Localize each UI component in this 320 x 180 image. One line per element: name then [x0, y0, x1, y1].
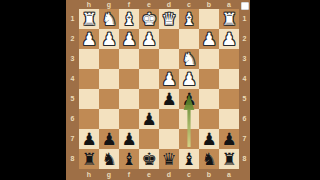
square-d4[interactable]: ♟: [159, 69, 179, 89]
piece-white-bishop[interactable]: ♝: [121, 11, 136, 28]
file-label-b: b: [199, 1, 219, 9]
square-b6[interactable]: [199, 109, 219, 129]
rank-label-8: 8: [239, 149, 250, 169]
file-label-f: f: [119, 170, 139, 179]
piece-black-pawn[interactable]: ♟: [101, 131, 116, 148]
square-g6[interactable]: [99, 109, 119, 129]
square-g8[interactable]: ♞: [99, 149, 119, 169]
rank-label-4: 4: [239, 69, 250, 89]
square-c2[interactable]: [179, 29, 199, 49]
piece-black-king[interactable]: ♚: [141, 151, 156, 168]
piece-white-rook[interactable]: ♜: [221, 11, 236, 28]
square-c6[interactable]: [179, 109, 199, 129]
file-label-d: d: [159, 170, 179, 179]
square-d1[interactable]: ♛: [159, 9, 179, 29]
piece-black-pawn[interactable]: ♟: [181, 91, 196, 108]
file-label-g: g: [99, 170, 119, 179]
square-f7[interactable]: ♟: [119, 129, 139, 149]
piece-white-king[interactable]: ♚: [141, 11, 156, 28]
square-g4[interactable]: [99, 69, 119, 89]
piece-black-pawn[interactable]: ♟: [201, 131, 216, 148]
file-label-g: g: [99, 1, 119, 9]
square-h1[interactable]: ♜: [79, 9, 99, 29]
square-e8[interactable]: ♚: [139, 149, 159, 169]
rank-label-4: 4: [66, 69, 79, 89]
file-label-e: e: [139, 170, 159, 179]
square-a8[interactable]: ♜: [219, 149, 239, 169]
square-d3[interactable]: [159, 49, 179, 69]
square-g3[interactable]: [99, 49, 119, 69]
letterbox-background: { "game": "chess", "position": { "fen": …: [0, 0, 320, 180]
rank-label-3: 3: [239, 49, 250, 69]
piece-black-pawn[interactable]: ♟: [81, 131, 96, 148]
square-f4[interactable]: [119, 69, 139, 89]
square-a5[interactable]: [219, 89, 239, 109]
square-f2[interactable]: ♟: [119, 29, 139, 49]
piece-white-pawn[interactable]: ♟: [181, 71, 196, 88]
square-e1[interactable]: ♚: [139, 9, 159, 29]
square-g7[interactable]: ♟: [99, 129, 119, 149]
square-b1[interactable]: [199, 9, 219, 29]
square-a4[interactable]: [219, 69, 239, 89]
square-a1[interactable]: ♜: [219, 9, 239, 29]
piece-black-pawn[interactable]: ♟: [121, 131, 136, 148]
file-label-c: c: [179, 170, 199, 179]
file-label-d: d: [159, 1, 179, 9]
square-h3[interactable]: [79, 49, 99, 69]
square-f5[interactable]: [119, 89, 139, 109]
rank-label-1: 1: [239, 9, 250, 29]
square-h5[interactable]: [79, 89, 99, 109]
piece-black-pawn[interactable]: ♟: [141, 111, 156, 128]
rank-label-7: 7: [66, 129, 79, 149]
square-a3[interactable]: [219, 49, 239, 69]
piece-white-pawn[interactable]: ♟: [221, 31, 236, 48]
piece-black-queen[interactable]: ♛: [161, 151, 176, 168]
square-e6[interactable]: ♟: [139, 109, 159, 129]
piece-black-rook[interactable]: ♜: [221, 151, 236, 168]
rank-label-6: 6: [239, 109, 250, 129]
rank-label-5: 5: [239, 89, 250, 109]
piece-white-pawn[interactable]: ♟: [161, 71, 176, 88]
square-f8[interactable]: ♝: [119, 149, 139, 169]
square-a6[interactable]: [219, 109, 239, 129]
file-label-f: f: [119, 1, 139, 9]
square-h8[interactable]: ♜: [79, 149, 99, 169]
square-a7[interactable]: ♟: [219, 129, 239, 149]
square-e7[interactable]: [139, 129, 159, 149]
square-f1[interactable]: ♝: [119, 9, 139, 29]
piece-black-pawn[interactable]: ♟: [221, 131, 236, 148]
piece-white-rook[interactable]: ♜: [81, 11, 96, 28]
square-c4[interactable]: ♟: [179, 69, 199, 89]
file-label-h: h: [79, 1, 99, 9]
rank-label-2: 2: [66, 29, 79, 49]
file-label-h: h: [79, 170, 99, 179]
rank-label-2: 2: [239, 29, 250, 49]
piece-white-knight[interactable]: ♞: [101, 11, 116, 28]
square-c3[interactable]: ♞: [179, 49, 199, 69]
file-label-b: b: [199, 170, 219, 179]
rank-label-3: 3: [66, 49, 79, 69]
rank-label-8: 8: [66, 149, 79, 169]
square-e3[interactable]: [139, 49, 159, 69]
piece-black-knight[interactable]: ♞: [201, 151, 216, 168]
piece-black-bishop[interactable]: ♝: [121, 151, 136, 168]
square-h2[interactable]: ♟: [79, 29, 99, 49]
square-d2[interactable]: [159, 29, 179, 49]
square-g2[interactable]: ♟: [99, 29, 119, 49]
square-d8[interactable]: ♛: [159, 149, 179, 169]
file-label-a: a: [219, 1, 239, 9]
piece-white-pawn[interactable]: ♟: [101, 31, 116, 48]
piece-white-knight[interactable]: ♞: [181, 51, 196, 68]
square-b2[interactable]: ♟: [199, 29, 219, 49]
square-f6[interactable]: [119, 109, 139, 129]
square-c1[interactable]: ♝: [179, 9, 199, 29]
square-d6[interactable]: [159, 109, 179, 129]
rank-label-5: 5: [66, 89, 79, 109]
piece-black-bishop[interactable]: ♝: [181, 151, 196, 168]
file-label-c: c: [179, 1, 199, 9]
square-c7[interactable]: [179, 129, 199, 149]
square-e2[interactable]: ♟: [139, 29, 159, 49]
square-b4[interactable]: [199, 69, 219, 89]
piece-white-pawn[interactable]: ♟: [81, 31, 96, 48]
square-b7[interactable]: ♟: [199, 129, 219, 149]
rank-label-6: 6: [66, 109, 79, 129]
rank-label-7: 7: [239, 129, 250, 149]
piece-black-rook[interactable]: ♜: [81, 151, 96, 168]
rank-label-1: 1: [66, 9, 79, 29]
piece-white-pawn[interactable]: ♟: [141, 31, 156, 48]
square-e4[interactable]: [139, 69, 159, 89]
piece-white-pawn[interactable]: ♟: [201, 31, 216, 48]
square-a2[interactable]: ♟: [219, 29, 239, 49]
square-g1[interactable]: ♞: [99, 9, 119, 29]
square-d5[interactable]: ♟: [159, 89, 179, 109]
square-b3[interactable]: [199, 49, 219, 69]
square-h4[interactable]: [79, 69, 99, 89]
piece-white-queen[interactable]: ♛: [161, 11, 176, 28]
square-b8[interactable]: ♞: [199, 149, 219, 169]
chess-board: ♜♞♝♚♛♝♜♟♟♟♟♟♟♞♟♟♟♟♟♟♟♟♟♟♜♞♝♚♛♝♞♜ hhggffe…: [66, 0, 250, 180]
square-c5[interactable]: ♟: [179, 89, 199, 109]
square-e5[interactable]: [139, 89, 159, 109]
piece-white-pawn[interactable]: ♟: [121, 31, 136, 48]
square-h6[interactable]: [79, 109, 99, 129]
piece-black-knight[interactable]: ♞: [101, 151, 116, 168]
file-label-e: e: [139, 1, 159, 9]
square-b5[interactable]: [199, 89, 219, 109]
square-h7[interactable]: ♟: [79, 129, 99, 149]
piece-black-pawn[interactable]: ♟: [161, 91, 176, 108]
board-grid: ♜♞♝♚♛♝♜♟♟♟♟♟♟♞♟♟♟♟♟♟♟♟♟♟♜♞♝♚♛♝♞♜: [79, 9, 239, 169]
square-c8[interactable]: ♝: [179, 149, 199, 169]
file-label-a: a: [219, 170, 239, 179]
piece-white-bishop[interactable]: ♝: [181, 11, 196, 28]
square-d7[interactable]: [159, 129, 179, 149]
square-f3[interactable]: [119, 49, 139, 69]
square-g5[interactable]: [99, 89, 119, 109]
